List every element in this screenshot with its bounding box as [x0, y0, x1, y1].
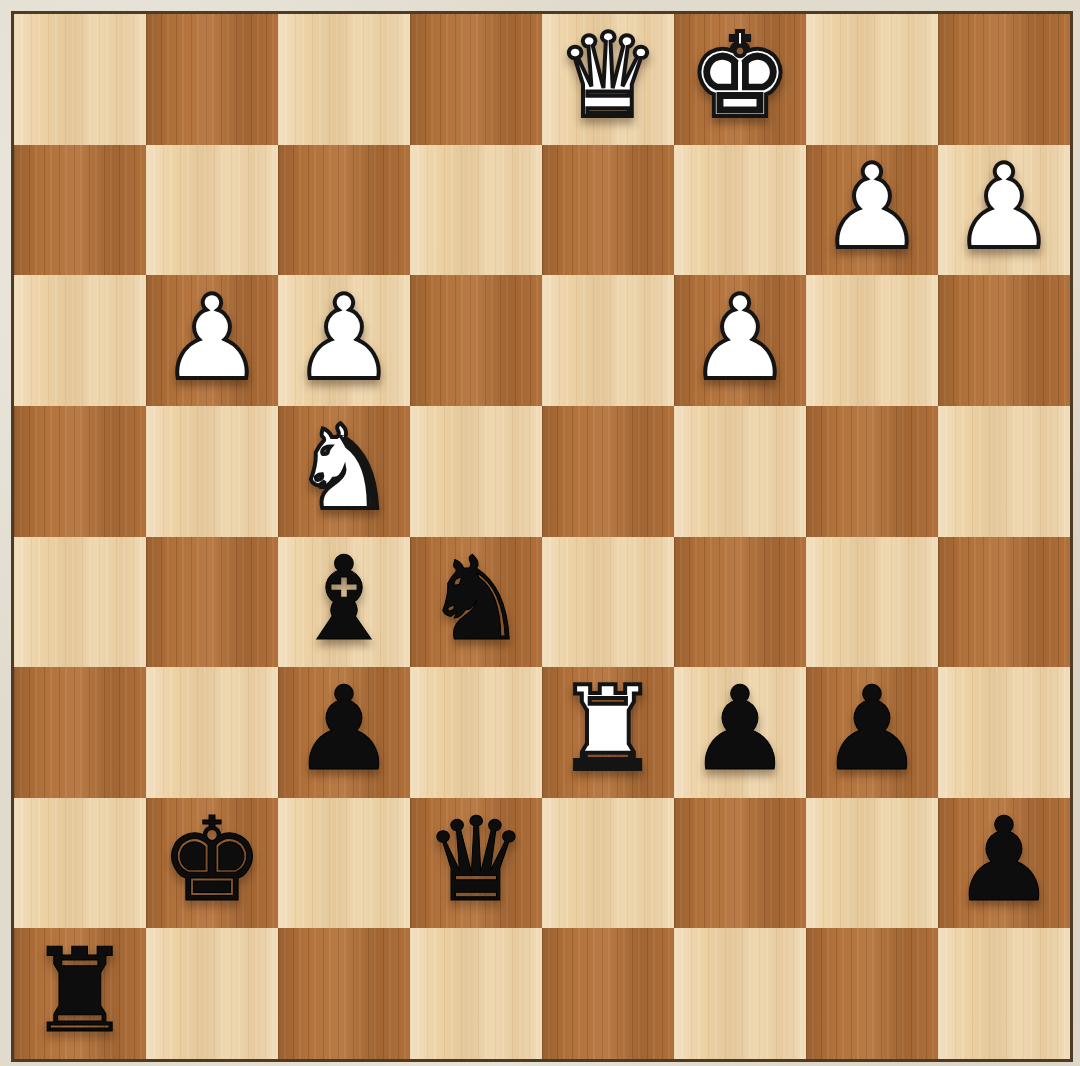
square-b2[interactable]: ♚: [146, 798, 278, 929]
square-e5[interactable]: [542, 406, 674, 537]
square-h5[interactable]: [938, 406, 1070, 537]
square-g2[interactable]: [806, 798, 938, 929]
square-f3[interactable]: ♟: [674, 667, 806, 798]
square-b1[interactable]: [146, 928, 278, 1059]
square-h4[interactable]: [938, 537, 1070, 668]
square-e2[interactable]: [542, 798, 674, 929]
white-knight[interactable]: ♞: [292, 410, 396, 526]
square-h3[interactable]: [938, 667, 1070, 798]
square-h6[interactable]: [938, 275, 1070, 406]
square-d1[interactable]: [410, 928, 542, 1059]
white-pawn[interactable]: ♟: [160, 280, 264, 396]
white-king[interactable]: ♚: [688, 18, 792, 134]
square-c8[interactable]: [278, 14, 410, 145]
square-f1[interactable]: [674, 928, 806, 1059]
square-g4[interactable]: [806, 537, 938, 668]
square-d6[interactable]: [410, 275, 542, 406]
page-background: ♛♚♟♟♟♟♟♞♝♞♟♜♟♟♚♛♟♜: [0, 0, 1080, 1066]
square-h2[interactable]: ♟: [938, 798, 1070, 929]
black-pawn[interactable]: ♟: [292, 671, 396, 787]
square-c5[interactable]: ♞: [278, 406, 410, 537]
square-d3[interactable]: [410, 667, 542, 798]
black-bishop[interactable]: ♝: [292, 541, 396, 657]
black-knight[interactable]: ♞: [424, 541, 528, 657]
square-e7[interactable]: [542, 145, 674, 276]
square-e6[interactable]: [542, 275, 674, 406]
square-g1[interactable]: [806, 928, 938, 1059]
square-f5[interactable]: [674, 406, 806, 537]
square-e4[interactable]: [542, 537, 674, 668]
square-a6[interactable]: [14, 275, 146, 406]
square-g7[interactable]: ♟: [806, 145, 938, 276]
black-pawn[interactable]: ♟: [820, 671, 924, 787]
chess-board-frame: ♛♚♟♟♟♟♟♞♝♞♟♜♟♟♚♛♟♜: [11, 11, 1073, 1062]
square-b6[interactable]: ♟: [146, 275, 278, 406]
square-g3[interactable]: ♟: [806, 667, 938, 798]
square-h1[interactable]: [938, 928, 1070, 1059]
square-d5[interactable]: [410, 406, 542, 537]
black-rook[interactable]: ♜: [28, 933, 132, 1049]
black-queen[interactable]: ♛: [424, 802, 528, 918]
square-b4[interactable]: [146, 537, 278, 668]
white-queen[interactable]: ♛: [556, 18, 660, 134]
white-pawn[interactable]: ♟: [292, 280, 396, 396]
square-d7[interactable]: [410, 145, 542, 276]
square-a5[interactable]: [14, 406, 146, 537]
square-a1[interactable]: ♜: [14, 928, 146, 1059]
square-e3[interactable]: ♜: [542, 667, 674, 798]
square-f6[interactable]: ♟: [674, 275, 806, 406]
square-d4[interactable]: ♞: [410, 537, 542, 668]
square-c4[interactable]: ♝: [278, 537, 410, 668]
square-a2[interactable]: [14, 798, 146, 929]
black-pawn[interactable]: ♟: [952, 802, 1056, 918]
square-g5[interactable]: [806, 406, 938, 537]
square-c7[interactable]: [278, 145, 410, 276]
square-a7[interactable]: [14, 145, 146, 276]
square-e8[interactable]: ♛: [542, 14, 674, 145]
square-g8[interactable]: [806, 14, 938, 145]
square-a4[interactable]: [14, 537, 146, 668]
square-f7[interactable]: [674, 145, 806, 276]
square-g6[interactable]: [806, 275, 938, 406]
chess-board: ♛♚♟♟♟♟♟♞♝♞♟♜♟♟♚♛♟♜: [14, 14, 1070, 1059]
square-e1[interactable]: [542, 928, 674, 1059]
square-f8[interactable]: ♚: [674, 14, 806, 145]
black-pawn[interactable]: ♟: [688, 671, 792, 787]
square-b5[interactable]: [146, 406, 278, 537]
square-c2[interactable]: [278, 798, 410, 929]
square-b7[interactable]: [146, 145, 278, 276]
square-c3[interactable]: ♟: [278, 667, 410, 798]
white-rook[interactable]: ♜: [556, 671, 660, 787]
square-d2[interactable]: ♛: [410, 798, 542, 929]
square-h8[interactable]: [938, 14, 1070, 145]
white-pawn[interactable]: ♟: [820, 149, 924, 265]
square-c1[interactable]: [278, 928, 410, 1059]
square-c6[interactable]: ♟: [278, 275, 410, 406]
white-pawn[interactable]: ♟: [688, 280, 792, 396]
square-d8[interactable]: [410, 14, 542, 145]
square-a3[interactable]: [14, 667, 146, 798]
square-a8[interactable]: [14, 14, 146, 145]
square-h7[interactable]: ♟: [938, 145, 1070, 276]
square-f4[interactable]: [674, 537, 806, 668]
square-b8[interactable]: [146, 14, 278, 145]
white-pawn[interactable]: ♟: [952, 149, 1056, 265]
square-f2[interactable]: [674, 798, 806, 929]
square-b3[interactable]: [146, 667, 278, 798]
black-king[interactable]: ♚: [160, 802, 264, 918]
